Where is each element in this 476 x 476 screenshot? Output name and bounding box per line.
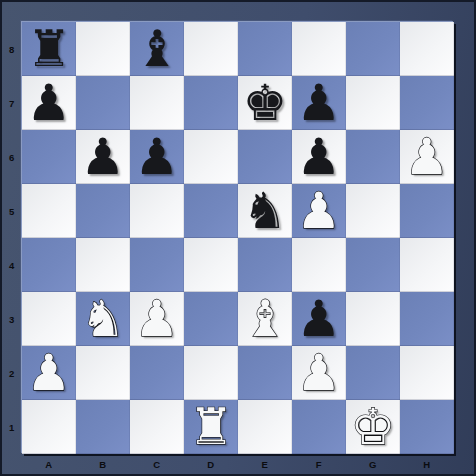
rank-labels: 87654321 bbox=[2, 22, 22, 454]
square-e3[interactable]: ♝ bbox=[238, 292, 292, 346]
rank-label-7: 7 bbox=[2, 76, 22, 130]
piece-white-pawn-f5[interactable]: ♟ bbox=[297, 184, 342, 238]
square-g5[interactable] bbox=[346, 184, 400, 238]
square-g3[interactable] bbox=[346, 292, 400, 346]
square-b4[interactable] bbox=[76, 238, 130, 292]
square-h1[interactable] bbox=[400, 400, 454, 454]
square-g4[interactable] bbox=[346, 238, 400, 292]
piece-black-king-e7[interactable]: ♚ bbox=[243, 76, 288, 130]
square-g1[interactable]: ♚ bbox=[346, 400, 400, 454]
piece-white-bishop-e3[interactable]: ♝ bbox=[243, 292, 288, 346]
square-f5[interactable]: ♟ bbox=[292, 184, 346, 238]
file-label-e: E bbox=[238, 454, 292, 474]
square-c6[interactable]: ♟ bbox=[130, 130, 184, 184]
piece-black-pawn-b6[interactable]: ♟ bbox=[81, 130, 126, 184]
square-d6[interactable] bbox=[184, 130, 238, 184]
piece-white-rook-d1[interactable]: ♜ bbox=[189, 400, 234, 454]
square-e7[interactable]: ♚ bbox=[238, 76, 292, 130]
square-c3[interactable]: ♟ bbox=[130, 292, 184, 346]
file-label-g: G bbox=[346, 454, 400, 474]
square-a4[interactable] bbox=[22, 238, 76, 292]
square-e5[interactable]: ♞ bbox=[238, 184, 292, 238]
square-d3[interactable] bbox=[184, 292, 238, 346]
square-a7[interactable]: ♟ bbox=[22, 76, 76, 130]
piece-black-rook-a8[interactable]: ♜ bbox=[27, 22, 72, 76]
square-e8[interactable] bbox=[238, 22, 292, 76]
square-f2[interactable]: ♟ bbox=[292, 346, 346, 400]
square-a6[interactable] bbox=[22, 130, 76, 184]
chess-board: ♜♝♟♚♟♟♟♟♟♞♟♞♟♝♟♟♟♜♚ bbox=[22, 22, 454, 454]
square-b3[interactable]: ♞ bbox=[76, 292, 130, 346]
rank-label-2: 2 bbox=[2, 346, 22, 400]
rank-label-5: 5 bbox=[2, 184, 22, 238]
square-f6[interactable]: ♟ bbox=[292, 130, 346, 184]
square-h8[interactable] bbox=[400, 22, 454, 76]
piece-black-knight-e5[interactable]: ♞ bbox=[243, 184, 288, 238]
file-label-a: A bbox=[22, 454, 76, 474]
square-a3[interactable] bbox=[22, 292, 76, 346]
square-g8[interactable] bbox=[346, 22, 400, 76]
square-g7[interactable] bbox=[346, 76, 400, 130]
square-e4[interactable] bbox=[238, 238, 292, 292]
square-c2[interactable] bbox=[130, 346, 184, 400]
square-b6[interactable]: ♟ bbox=[76, 130, 130, 184]
square-a1[interactable] bbox=[22, 400, 76, 454]
square-h2[interactable] bbox=[400, 346, 454, 400]
square-b1[interactable] bbox=[76, 400, 130, 454]
square-f1[interactable] bbox=[292, 400, 346, 454]
square-d7[interactable] bbox=[184, 76, 238, 130]
square-b7[interactable] bbox=[76, 76, 130, 130]
piece-white-pawn-c3[interactable]: ♟ bbox=[135, 292, 180, 346]
rank-label-8: 8 bbox=[2, 22, 22, 76]
rank-label-6: 6 bbox=[2, 130, 22, 184]
square-d8[interactable] bbox=[184, 22, 238, 76]
square-b5[interactable] bbox=[76, 184, 130, 238]
chess-diagram: 87654321 ♜♝♟♚♟♟♟♟♟♞♟♞♟♝♟♟♟♜♚ ABCDEFGH bbox=[0, 0, 476, 476]
piece-black-pawn-f7[interactable]: ♟ bbox=[297, 76, 342, 130]
square-e1[interactable] bbox=[238, 400, 292, 454]
square-c4[interactable] bbox=[130, 238, 184, 292]
piece-white-knight-b3[interactable]: ♞ bbox=[81, 292, 126, 346]
square-a8[interactable]: ♜ bbox=[22, 22, 76, 76]
square-d4[interactable] bbox=[184, 238, 238, 292]
square-c7[interactable] bbox=[130, 76, 184, 130]
piece-black-pawn-c6[interactable]: ♟ bbox=[135, 130, 180, 184]
square-d1[interactable]: ♜ bbox=[184, 400, 238, 454]
file-label-d: D bbox=[184, 454, 238, 474]
file-label-f: F bbox=[292, 454, 346, 474]
piece-white-king-g1[interactable]: ♚ bbox=[351, 400, 396, 454]
square-e6[interactable] bbox=[238, 130, 292, 184]
square-h3[interactable] bbox=[400, 292, 454, 346]
square-e2[interactable] bbox=[238, 346, 292, 400]
square-h6[interactable]: ♟ bbox=[400, 130, 454, 184]
rank-label-3: 3 bbox=[2, 292, 22, 346]
square-d2[interactable] bbox=[184, 346, 238, 400]
square-c1[interactable] bbox=[130, 400, 184, 454]
piece-white-pawn-a2[interactable]: ♟ bbox=[27, 346, 72, 400]
square-a5[interactable] bbox=[22, 184, 76, 238]
piece-black-pawn-f3[interactable]: ♟ bbox=[297, 292, 342, 346]
square-b8[interactable] bbox=[76, 22, 130, 76]
square-g6[interactable] bbox=[346, 130, 400, 184]
square-g2[interactable] bbox=[346, 346, 400, 400]
file-label-h: H bbox=[400, 454, 454, 474]
piece-white-pawn-f2[interactable]: ♟ bbox=[297, 346, 342, 400]
piece-white-pawn-h6[interactable]: ♟ bbox=[405, 130, 450, 184]
square-c8[interactable]: ♝ bbox=[130, 22, 184, 76]
square-h4[interactable] bbox=[400, 238, 454, 292]
rank-label-4: 4 bbox=[2, 238, 22, 292]
square-h5[interactable] bbox=[400, 184, 454, 238]
rank-label-1: 1 bbox=[2, 400, 22, 454]
file-label-c: C bbox=[130, 454, 184, 474]
square-h7[interactable] bbox=[400, 76, 454, 130]
square-c5[interactable] bbox=[130, 184, 184, 238]
square-f7[interactable]: ♟ bbox=[292, 76, 346, 130]
square-a2[interactable]: ♟ bbox=[22, 346, 76, 400]
square-f4[interactable] bbox=[292, 238, 346, 292]
square-d5[interactable] bbox=[184, 184, 238, 238]
square-f8[interactable] bbox=[292, 22, 346, 76]
piece-black-pawn-f6[interactable]: ♟ bbox=[297, 130, 342, 184]
square-f3[interactable]: ♟ bbox=[292, 292, 346, 346]
file-label-b: B bbox=[76, 454, 130, 474]
square-b2[interactable] bbox=[76, 346, 130, 400]
piece-black-bishop-c8[interactable]: ♝ bbox=[135, 22, 180, 76]
file-labels: ABCDEFGH bbox=[22, 454, 454, 474]
piece-black-pawn-a7[interactable]: ♟ bbox=[27, 76, 72, 130]
